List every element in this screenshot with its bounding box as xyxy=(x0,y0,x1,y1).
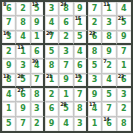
cell-r5c7[interactable]: 5 xyxy=(88,59,102,73)
cell-r5c3[interactable]: 304 xyxy=(31,59,45,73)
cell-r3c6[interactable]: 5 xyxy=(74,31,88,45)
cell-digit: 4 xyxy=(20,33,26,41)
cell-digit: 8 xyxy=(92,48,98,56)
cell-r4c5[interactable]: 3 xyxy=(59,45,73,59)
cell-digit: 3 xyxy=(92,76,98,84)
cage-sum: 23 xyxy=(89,31,95,36)
cell-r7c6[interactable]: 7 xyxy=(74,88,88,102)
cage-sum: 17 xyxy=(89,102,95,107)
cell-digit: 2 xyxy=(63,33,69,41)
cell-r7c2[interactable]: 276 xyxy=(16,88,30,102)
cage-sum: 13 xyxy=(75,74,81,79)
cell-r1c8[interactable]: 111 xyxy=(102,2,116,16)
cell-r5c4[interactable]: 8 xyxy=(45,59,59,73)
cell-r5c5[interactable]: 7 xyxy=(59,59,73,73)
cell-r4c4[interactable]: 5 xyxy=(45,45,59,59)
cell-digit: 8 xyxy=(121,120,127,128)
cell-r9c7[interactable]: 1 xyxy=(88,117,102,131)
cell-r1c7[interactable]: 7 xyxy=(88,2,102,16)
cell-digit: 7 xyxy=(121,48,127,56)
cell-r7c7[interactable]: 9 xyxy=(88,88,102,102)
cell-r5c8[interactable]: 72 xyxy=(102,59,116,73)
cell-r3c9[interactable]: 9 xyxy=(117,31,131,45)
cell-r4c8[interactable]: 9 xyxy=(102,45,116,59)
cell-r6c4[interactable]: 211 xyxy=(45,74,59,88)
cage-sum: 30 xyxy=(32,59,38,64)
cell-r8c9[interactable]: 2 xyxy=(117,102,131,116)
cell-r1c9[interactable]: 4 xyxy=(117,2,131,16)
cell-r3c1[interactable]: 163 xyxy=(2,31,16,45)
cell-r3c8[interactable]: 8 xyxy=(102,31,116,45)
cell-r7c3[interactable]: 8 xyxy=(31,88,45,102)
cell-digit: 6 xyxy=(34,48,40,56)
cell-r4c2[interactable]: 131 xyxy=(16,45,30,59)
cell-r1c5[interactable]: 248 xyxy=(59,2,73,16)
cage-sum: 28 xyxy=(60,102,66,107)
cell-r2c2[interactable]: 8 xyxy=(16,16,30,30)
cell-r6c7[interactable]: 3 xyxy=(88,74,102,88)
killer-sudoku-board: 8621353248971114789461512321516341207252… xyxy=(0,0,133,133)
cage-sum: 21 xyxy=(46,74,52,79)
cell-digit: 4 xyxy=(49,19,55,27)
cell-r9c3[interactable]: 2 xyxy=(31,117,45,131)
cell-digit: 7 xyxy=(6,19,12,27)
cell-digit: 7 xyxy=(106,105,112,113)
cell-digit: 4 xyxy=(106,76,112,84)
cell-r5c2[interactable]: 3 xyxy=(16,59,30,73)
cell-digit: 9 xyxy=(77,5,83,13)
cell-digit: 8 xyxy=(49,62,55,70)
cage-sum: 8 xyxy=(3,2,6,7)
cell-digit: 6 xyxy=(49,105,55,113)
cell-r5c9[interactable]: 1 xyxy=(117,59,131,73)
cell-r6c1[interactable]: 138 xyxy=(2,74,16,88)
cage-sum: 21 xyxy=(118,16,124,21)
cell-digit: 6 xyxy=(6,5,12,13)
cell-digit: 2 xyxy=(106,62,112,70)
cell-digit: 9 xyxy=(63,76,69,84)
cell-digit: 8 xyxy=(77,105,83,113)
cell-r7c1[interactable]: 4 xyxy=(2,88,16,102)
cage-sum: 13 xyxy=(17,45,23,50)
cage-sum: 13 xyxy=(32,2,38,7)
cell-digit: 4 xyxy=(6,91,12,99)
cell-digit: 2 xyxy=(6,48,12,56)
cell-r2c1[interactable]: 7 xyxy=(2,16,16,30)
cell-r8c6[interactable]: 8 xyxy=(74,102,88,116)
cage-sum: 27 xyxy=(17,88,23,93)
cell-r7c9[interactable]: 3 xyxy=(117,88,131,102)
cell-r3c3[interactable]: 1 xyxy=(31,31,45,45)
cell-digit: 1 xyxy=(6,105,12,113)
cell-r9c8[interactable]: 146 xyxy=(102,117,116,131)
cell-digit: 3 xyxy=(63,48,69,56)
cell-r9c4[interactable]: 9 xyxy=(45,117,59,131)
cell-r7c5[interactable]: 1 xyxy=(59,88,73,102)
cell-digit: 1 xyxy=(92,120,98,128)
cell-digit: 5 xyxy=(92,62,98,70)
cell-r1c3[interactable]: 135 xyxy=(31,2,45,16)
cage-sum: 23 xyxy=(118,74,124,79)
cell-r8c3[interactable]: 3 xyxy=(31,102,45,116)
cage-sum: 7 xyxy=(103,59,106,64)
cell-digit: 9 xyxy=(121,33,127,41)
cell-digit: 8 xyxy=(34,91,40,99)
cell-r2c4[interactable]: 4 xyxy=(45,16,59,30)
cell-r9c9[interactable]: 8 xyxy=(117,117,131,131)
cell-digit: 7 xyxy=(63,62,69,70)
cell-digit: 8 xyxy=(20,19,26,27)
cell-r2c7[interactable]: 2 xyxy=(88,16,102,30)
cell-digit: 5 xyxy=(77,33,83,41)
cage-sum: 20 xyxy=(17,74,23,79)
cell-digit: 9 xyxy=(20,105,26,113)
cell-r3c2[interactable]: 4 xyxy=(16,31,30,45)
cell-digit: 9 xyxy=(6,62,12,70)
cell-r8c5[interactable]: 285 xyxy=(59,102,73,116)
cell-digit: 7 xyxy=(77,91,83,99)
cell-r2c9[interactable]: 215 xyxy=(117,16,131,30)
cell-r1c4[interactable]: 3 xyxy=(45,2,59,16)
cell-r4c9[interactable]: 7 xyxy=(117,45,131,59)
cell-digit: 5 xyxy=(49,48,55,56)
cage-sum: 14 xyxy=(103,117,109,122)
cell-digit: 6 xyxy=(63,19,69,27)
cell-digit: 5 xyxy=(6,120,12,128)
cell-digit: 2 xyxy=(20,5,26,13)
cage-sum: 13 xyxy=(3,74,9,79)
cell-r5c6[interactable]: 6 xyxy=(74,59,88,73)
cell-r6c5[interactable]: 9 xyxy=(59,74,73,88)
cell-r9c2[interactable]: 7 xyxy=(16,117,30,131)
cell-digit: 2 xyxy=(121,105,127,113)
cell-r9c1[interactable]: 5 xyxy=(2,117,16,131)
cell-r8c7[interactable]: 174 xyxy=(88,102,102,116)
cell-r7c4[interactable]: 2 xyxy=(45,88,59,102)
cell-r6c2[interactable]: 205 xyxy=(16,74,30,88)
cell-digit: 3 xyxy=(106,19,112,27)
cell-digit: 3 xyxy=(121,91,127,99)
cell-digit: 2 xyxy=(49,91,55,99)
cell-r2c3[interactable]: 9 xyxy=(31,16,45,30)
cell-r4c6[interactable]: 4 xyxy=(74,45,88,59)
cell-digit: 2 xyxy=(34,120,40,128)
cell-r8c1[interactable]: 1 xyxy=(2,102,16,116)
cell-digit: 1 xyxy=(121,62,127,70)
cell-r7c8[interactable]: 5 xyxy=(102,88,116,102)
cell-r8c8[interactable]: 7 xyxy=(102,102,116,116)
cell-digit: 9 xyxy=(34,19,40,27)
cell-digit: 3 xyxy=(34,105,40,113)
cell-r4c7[interactable]: 8 xyxy=(88,45,102,59)
cell-digit: 7 xyxy=(92,5,98,13)
cage-sum: 11 xyxy=(103,2,109,7)
cell-r3c4[interactable]: 207 xyxy=(45,31,59,45)
cell-digit: 1 xyxy=(34,33,40,41)
cell-digit: 3 xyxy=(77,120,83,128)
cell-r8c4[interactable]: 6 xyxy=(45,102,59,116)
cell-digit: 4 xyxy=(77,48,83,56)
cell-r1c6[interactable]: 9 xyxy=(74,2,88,16)
cell-r1c1[interactable]: 86 xyxy=(2,2,16,16)
cage-sum: 16 xyxy=(3,31,9,36)
cell-digit: 5 xyxy=(106,91,112,99)
cell-digit: 4 xyxy=(63,120,69,128)
cell-r6c6[interactable]: 132 xyxy=(74,74,88,88)
cell-r6c9[interactable]: 236 xyxy=(117,74,131,88)
cell-digit: 6 xyxy=(77,62,83,70)
cell-r3c5[interactable]: 2 xyxy=(59,31,73,45)
cell-r9c6[interactable]: 3 xyxy=(74,117,88,131)
cage-sum: 20 xyxy=(46,31,52,36)
cell-digit: 9 xyxy=(49,120,55,128)
cell-digit: 7 xyxy=(34,76,40,84)
cell-r8c2[interactable]: 9 xyxy=(16,102,30,116)
cage-sum: 24 xyxy=(60,2,66,7)
cell-digit: 3 xyxy=(49,5,55,13)
cell-digit: 9 xyxy=(92,91,98,99)
cell-r2c8[interactable]: 3 xyxy=(102,16,116,30)
cell-digit: 3 xyxy=(20,62,26,70)
cell-r2c6[interactable]: 151 xyxy=(74,16,88,30)
cage-sum: 15 xyxy=(75,16,81,21)
cell-r6c8[interactable]: 4 xyxy=(102,74,116,88)
cell-digit: 7 xyxy=(20,120,26,128)
cell-r9c5[interactable]: 4 xyxy=(59,117,73,131)
cell-r4c3[interactable]: 6 xyxy=(31,45,45,59)
cell-r5c1[interactable]: 9 xyxy=(2,59,16,73)
cell-r3c7[interactable]: 236 xyxy=(88,31,102,45)
cell-digit: 4 xyxy=(121,5,127,13)
cell-digit: 8 xyxy=(106,33,112,41)
cell-r2c5[interactable]: 6 xyxy=(59,16,73,30)
cell-r6c3[interactable]: 7 xyxy=(31,74,45,88)
cell-digit: 2 xyxy=(92,19,98,27)
cell-r4c1[interactable]: 2 xyxy=(2,45,16,59)
cell-digit: 9 xyxy=(106,48,112,56)
cell-digit: 1 xyxy=(63,91,69,99)
cell-r1c2[interactable]: 2 xyxy=(16,2,30,16)
